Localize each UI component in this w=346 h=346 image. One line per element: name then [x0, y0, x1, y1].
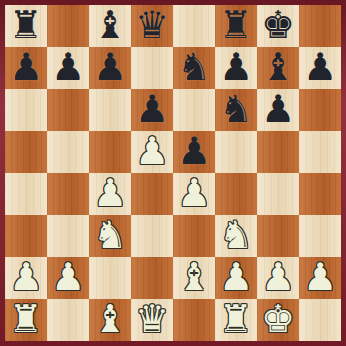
square-g1[interactable]: ♚: [257, 299, 299, 341]
black-bishop-g7[interactable]: ♝: [261, 47, 295, 88]
square-a2[interactable]: ♟: [5, 257, 47, 299]
square-a1[interactable]: ♜: [5, 299, 47, 341]
square-e7[interactable]: ♞: [173, 47, 215, 89]
square-b3[interactable]: [47, 215, 89, 257]
square-f4[interactable]: [215, 173, 257, 215]
square-b5[interactable]: [47, 131, 89, 173]
white-bishop-c1[interactable]: ♝: [93, 299, 127, 340]
square-f7[interactable]: ♟: [215, 47, 257, 89]
square-b8[interactable]: [47, 5, 89, 47]
white-king-g1[interactable]: ♚: [261, 299, 295, 340]
white-pawn-h2[interactable]: ♟: [303, 257, 337, 298]
square-h3[interactable]: [299, 215, 341, 257]
black-rook-f8[interactable]: ♜: [219, 5, 253, 46]
square-a5[interactable]: [5, 131, 47, 173]
white-pawn-f2[interactable]: ♟: [219, 257, 253, 298]
square-a4[interactable]: [5, 173, 47, 215]
white-knight-c3[interactable]: ♞: [93, 215, 127, 256]
black-bishop-c8[interactable]: ♝: [93, 5, 127, 46]
square-b2[interactable]: ♟: [47, 257, 89, 299]
square-h8[interactable]: [299, 5, 341, 47]
square-d8[interactable]: ♛: [131, 5, 173, 47]
square-f6[interactable]: ♞: [215, 89, 257, 131]
square-h7[interactable]: ♟: [299, 47, 341, 89]
square-g8[interactable]: ♚: [257, 5, 299, 47]
square-e8[interactable]: [173, 5, 215, 47]
black-pawn-e5[interactable]: ♟: [177, 131, 211, 172]
square-f1[interactable]: ♜: [215, 299, 257, 341]
square-c3[interactable]: ♞: [89, 215, 131, 257]
square-f5[interactable]: [215, 131, 257, 173]
black-rook-a8[interactable]: ♜: [9, 5, 43, 46]
white-pawn-b2[interactable]: ♟: [51, 257, 85, 298]
white-rook-f1[interactable]: ♜: [219, 299, 253, 340]
square-c1[interactable]: ♝: [89, 299, 131, 341]
square-h2[interactable]: ♟: [299, 257, 341, 299]
square-e2[interactable]: ♝: [173, 257, 215, 299]
square-e4[interactable]: ♟: [173, 173, 215, 215]
white-bishop-e2[interactable]: ♝: [177, 257, 211, 298]
square-g2[interactable]: ♟: [257, 257, 299, 299]
black-pawn-a7[interactable]: ♟: [9, 47, 43, 88]
black-pawn-d6[interactable]: ♟: [135, 89, 169, 130]
chess-board: ♜♝♛♜♚♟♟♟♞♟♝♟♟♞♟♟♟♟♟♞♞♟♟♝♟♟♟♜♝♛♜♚: [5, 5, 341, 341]
square-g5[interactable]: [257, 131, 299, 173]
square-d4[interactable]: [131, 173, 173, 215]
white-pawn-g2[interactable]: ♟: [261, 257, 295, 298]
black-knight-e7[interactable]: ♞: [177, 47, 211, 88]
white-queen-d1[interactable]: ♛: [135, 299, 169, 340]
square-f3[interactable]: ♞: [215, 215, 257, 257]
white-rook-a1[interactable]: ♜: [9, 299, 43, 340]
board-frame: ♜♝♛♜♚♟♟♟♞♟♝♟♟♞♟♟♟♟♟♞♞♟♟♝♟♟♟♜♝♛♜♚: [0, 0, 346, 346]
square-a3[interactable]: [5, 215, 47, 257]
square-g6[interactable]: ♟: [257, 89, 299, 131]
white-pawn-a2[interactable]: ♟: [9, 257, 43, 298]
black-pawn-c7[interactable]: ♟: [93, 47, 127, 88]
square-c2[interactable]: [89, 257, 131, 299]
square-f8[interactable]: ♜: [215, 5, 257, 47]
square-g7[interactable]: ♝: [257, 47, 299, 89]
square-b4[interactable]: [47, 173, 89, 215]
square-c8[interactable]: ♝: [89, 5, 131, 47]
square-c4[interactable]: ♟: [89, 173, 131, 215]
square-g3[interactable]: [257, 215, 299, 257]
square-h4[interactable]: [299, 173, 341, 215]
black-pawn-b7[interactable]: ♟: [51, 47, 85, 88]
square-c7[interactable]: ♟: [89, 47, 131, 89]
white-pawn-e4[interactable]: ♟: [177, 173, 211, 214]
square-h1[interactable]: [299, 299, 341, 341]
white-pawn-d5[interactable]: ♟: [135, 131, 169, 172]
square-g4[interactable]: [257, 173, 299, 215]
square-a7[interactable]: ♟: [5, 47, 47, 89]
square-b6[interactable]: [47, 89, 89, 131]
square-b1[interactable]: [47, 299, 89, 341]
square-d3[interactable]: [131, 215, 173, 257]
black-queen-d8[interactable]: ♛: [135, 5, 169, 46]
square-d1[interactable]: ♛: [131, 299, 173, 341]
square-f2[interactable]: ♟: [215, 257, 257, 299]
square-e1[interactable]: [173, 299, 215, 341]
square-d2[interactable]: [131, 257, 173, 299]
square-d5[interactable]: ♟: [131, 131, 173, 173]
square-b7[interactable]: ♟: [47, 47, 89, 89]
white-knight-f3[interactable]: ♞: [219, 215, 253, 256]
square-e3[interactable]: [173, 215, 215, 257]
square-h6[interactable]: [299, 89, 341, 131]
black-knight-f6[interactable]: ♞: [219, 89, 253, 130]
white-pawn-c4[interactable]: ♟: [93, 173, 127, 214]
black-pawn-h7[interactable]: ♟: [303, 47, 337, 88]
black-pawn-g6[interactable]: ♟: [261, 89, 295, 130]
black-pawn-f7[interactable]: ♟: [219, 47, 253, 88]
square-a8[interactable]: ♜: [5, 5, 47, 47]
square-d6[interactable]: ♟: [131, 89, 173, 131]
black-king-g8[interactable]: ♚: [261, 5, 295, 46]
square-e6[interactable]: [173, 89, 215, 131]
square-h5[interactable]: [299, 131, 341, 173]
square-c5[interactable]: [89, 131, 131, 173]
square-a6[interactable]: [5, 89, 47, 131]
square-e5[interactable]: ♟: [173, 131, 215, 173]
square-c6[interactable]: [89, 89, 131, 131]
square-d7[interactable]: [131, 47, 173, 89]
